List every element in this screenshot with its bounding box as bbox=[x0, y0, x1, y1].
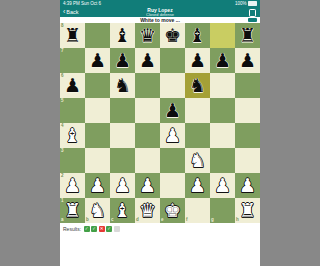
piece-white-pawn[interactable]: ♟ bbox=[135, 173, 160, 198]
rank-label-6: 6 bbox=[61, 74, 64, 79]
square-e2[interactable] bbox=[160, 173, 185, 198]
square-d7[interactable]: ♟ bbox=[135, 48, 160, 73]
rank-label-3: 3 bbox=[61, 149, 64, 154]
file-label-g: g bbox=[211, 218, 214, 223]
square-e8[interactable]: ♚ bbox=[160, 23, 185, 48]
square-c7[interactable]: ♟ bbox=[110, 48, 135, 73]
piece-white-pawn[interactable]: ♟ bbox=[235, 173, 260, 198]
results-row: Results: ✓✓✕✓ bbox=[60, 223, 260, 232]
square-a1[interactable]: 1a♜ bbox=[60, 198, 85, 223]
square-e4[interactable]: ♟ bbox=[160, 123, 185, 148]
piece-black-bishop[interactable]: ♝ bbox=[185, 23, 210, 48]
result-badge-win: ✓ bbox=[91, 226, 97, 232]
square-b1[interactable]: b♞ bbox=[85, 198, 110, 223]
piece-white-pawn[interactable]: ♟ bbox=[185, 173, 210, 198]
square-c5[interactable] bbox=[110, 98, 135, 123]
square-c8[interactable]: ♝ bbox=[110, 23, 135, 48]
rank-label-4: 4 bbox=[61, 124, 64, 129]
square-g7[interactable]: ♟ bbox=[210, 48, 235, 73]
square-g1[interactable]: g bbox=[210, 198, 235, 223]
square-f3[interactable]: ♞ bbox=[185, 148, 210, 173]
square-f2[interactable]: ♟ bbox=[185, 173, 210, 198]
piece-black-pawn[interactable]: ♟ bbox=[85, 48, 110, 73]
square-c3[interactable] bbox=[110, 148, 135, 173]
square-b2[interactable]: ♟ bbox=[85, 173, 110, 198]
square-h2[interactable]: ♟ bbox=[235, 173, 260, 198]
piece-black-pawn[interactable]: ♟ bbox=[235, 48, 260, 73]
file-label-f: f bbox=[186, 218, 188, 223]
square-f5[interactable] bbox=[185, 98, 210, 123]
square-g5[interactable] bbox=[210, 98, 235, 123]
square-f6[interactable]: ♞ bbox=[185, 73, 210, 98]
piece-black-queen[interactable]: ♛ bbox=[135, 23, 160, 48]
square-a4[interactable]: 4♝ bbox=[60, 123, 85, 148]
square-b3[interactable] bbox=[85, 148, 110, 173]
square-f1[interactable]: f bbox=[185, 198, 210, 223]
piece-black-rook[interactable]: ♜ bbox=[235, 23, 260, 48]
square-b4[interactable] bbox=[85, 123, 110, 148]
status-time-date: 4:39 PM Sun Oct 6 bbox=[63, 0, 101, 7]
square-h1[interactable]: h♜ bbox=[235, 198, 260, 223]
square-e6[interactable] bbox=[160, 73, 185, 98]
board-options-icon[interactable] bbox=[249, 9, 257, 17]
result-badge-pending bbox=[114, 226, 120, 232]
square-g3[interactable] bbox=[210, 148, 235, 173]
piece-black-king[interactable]: ♚ bbox=[160, 23, 185, 48]
square-b7[interactable]: ♟ bbox=[85, 48, 110, 73]
rank-label-1: 1 bbox=[61, 199, 64, 204]
square-d5[interactable] bbox=[135, 98, 160, 123]
nav-bar: ‹ Back Ruy Lopez Closed defense bbox=[60, 7, 260, 17]
piece-white-knight[interactable]: ♞ bbox=[185, 148, 210, 173]
piece-black-pawn[interactable]: ♟ bbox=[110, 48, 135, 73]
square-h5[interactable] bbox=[235, 98, 260, 123]
status-bar: 4:39 PM Sun Oct 6 100% bbox=[60, 0, 260, 7]
piece-black-pawn[interactable]: ♟ bbox=[160, 98, 185, 123]
result-badge-loss: ✕ bbox=[99, 226, 105, 232]
square-f7[interactable]: ♟ bbox=[185, 48, 210, 73]
result-badge-win: ✓ bbox=[84, 226, 90, 232]
square-e5[interactable]: ♟ bbox=[160, 98, 185, 123]
square-a7[interactable]: 7 bbox=[60, 48, 85, 73]
piece-black-pawn[interactable]: ♟ bbox=[135, 48, 160, 73]
square-h4[interactable] bbox=[235, 123, 260, 148]
piece-black-bishop[interactable]: ♝ bbox=[110, 23, 135, 48]
rank-label-5: 5 bbox=[61, 99, 64, 104]
move-counter-badge[interactable] bbox=[248, 18, 257, 23]
piece-white-pawn[interactable]: ♟ bbox=[85, 173, 110, 198]
square-g4[interactable] bbox=[210, 123, 235, 148]
chess-board[interactable]: 8♜♝♛♚♝♜7♟♟♟♟♟♟6♟♞♞5♟4♝♟3♞2♟♟♟♟♟♟♟1a♜b♞c♝… bbox=[60, 23, 260, 223]
square-d1[interactable]: d♛ bbox=[135, 198, 160, 223]
square-d8[interactable]: ♛ bbox=[135, 23, 160, 48]
square-c1[interactable]: c♝ bbox=[110, 198, 135, 223]
app-screen: 4:39 PM Sun Oct 6 100% ‹ Back Ruy Lopez … bbox=[60, 0, 260, 266]
piece-black-knight[interactable]: ♞ bbox=[110, 73, 135, 98]
results-label: Results: bbox=[63, 226, 81, 232]
battery-icon bbox=[248, 1, 257, 6]
square-e1[interactable]: e♚ bbox=[160, 198, 185, 223]
battery-percent-label: 100% bbox=[235, 0, 247, 7]
piece-black-pawn[interactable]: ♟ bbox=[185, 48, 210, 73]
square-a5[interactable]: 5 bbox=[60, 98, 85, 123]
square-g6[interactable] bbox=[210, 73, 235, 98]
file-label-c: c bbox=[111, 218, 114, 223]
square-f4[interactable] bbox=[185, 123, 210, 148]
file-label-d: d bbox=[136, 218, 139, 223]
file-label-e: e bbox=[161, 218, 164, 223]
square-b6[interactable] bbox=[85, 73, 110, 98]
square-c2[interactable]: ♟ bbox=[110, 173, 135, 198]
square-b5[interactable] bbox=[85, 98, 110, 123]
square-h6[interactable] bbox=[235, 73, 260, 98]
piece-white-pawn[interactable]: ♟ bbox=[160, 123, 185, 148]
square-h7[interactable]: ♟ bbox=[235, 48, 260, 73]
square-b8[interactable] bbox=[85, 23, 110, 48]
square-d3[interactable] bbox=[135, 148, 160, 173]
square-e7[interactable] bbox=[160, 48, 185, 73]
square-d6[interactable] bbox=[135, 73, 160, 98]
square-c6[interactable]: ♞ bbox=[110, 73, 135, 98]
piece-white-pawn[interactable]: ♟ bbox=[110, 173, 135, 198]
rank-label-8: 8 bbox=[61, 24, 64, 29]
square-h8[interactable]: ♜ bbox=[235, 23, 260, 48]
piece-black-pawn[interactable]: ♟ bbox=[210, 48, 235, 73]
result-badge-win: ✓ bbox=[106, 226, 112, 232]
rank-label-2: 2 bbox=[61, 174, 64, 179]
square-g8[interactable] bbox=[210, 23, 235, 48]
file-label-a: a bbox=[61, 218, 64, 223]
square-a3[interactable]: 3 bbox=[60, 148, 85, 173]
square-e3[interactable] bbox=[160, 148, 185, 173]
file-label-h: h bbox=[236, 218, 239, 223]
rank-label-7: 7 bbox=[61, 49, 64, 54]
square-d2[interactable]: ♟ bbox=[135, 173, 160, 198]
square-a8[interactable]: 8♜ bbox=[60, 23, 85, 48]
square-h3[interactable] bbox=[235, 148, 260, 173]
square-d4[interactable] bbox=[135, 123, 160, 148]
piece-black-knight[interactable]: ♞ bbox=[185, 73, 210, 98]
square-g2[interactable]: ♟ bbox=[210, 173, 235, 198]
square-c4[interactable] bbox=[110, 123, 135, 148]
square-f8[interactable]: ♝ bbox=[185, 23, 210, 48]
piece-white-pawn[interactable]: ♟ bbox=[210, 173, 235, 198]
file-label-b: b bbox=[86, 218, 89, 223]
square-a2[interactable]: 2♟ bbox=[60, 173, 85, 198]
square-a6[interactable]: 6♟ bbox=[60, 73, 85, 98]
